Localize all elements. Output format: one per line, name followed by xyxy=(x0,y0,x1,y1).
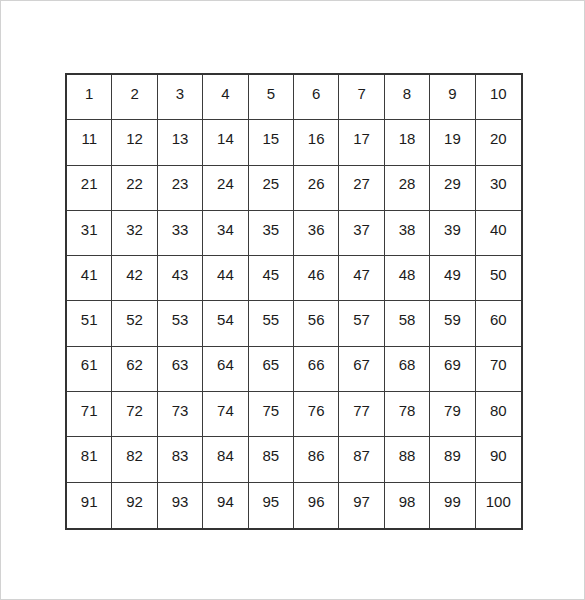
cell-72: 72 xyxy=(112,392,157,437)
cell-91: 91 xyxy=(67,483,112,528)
cell-69: 69 xyxy=(430,347,475,392)
cell-2: 2 xyxy=(112,75,157,120)
cell-38: 38 xyxy=(385,211,430,256)
cell-24: 24 xyxy=(203,166,248,211)
cell-40: 40 xyxy=(476,211,521,256)
cell-35: 35 xyxy=(249,211,294,256)
cell-19: 19 xyxy=(430,120,475,165)
cell-66: 66 xyxy=(294,347,339,392)
cell-43: 43 xyxy=(158,256,203,301)
cell-9: 9 xyxy=(430,75,475,120)
cell-32: 32 xyxy=(112,211,157,256)
cell-83: 83 xyxy=(158,437,203,482)
cell-12: 12 xyxy=(112,120,157,165)
cell-74: 74 xyxy=(203,392,248,437)
cell-59: 59 xyxy=(430,301,475,346)
cell-15: 15 xyxy=(249,120,294,165)
cell-30: 30 xyxy=(476,166,521,211)
cell-10: 10 xyxy=(476,75,521,120)
cell-45: 45 xyxy=(249,256,294,301)
page: 1234567891011121314151617181920212223242… xyxy=(0,0,585,600)
cell-98: 98 xyxy=(385,483,430,528)
cell-34: 34 xyxy=(203,211,248,256)
cell-23: 23 xyxy=(158,166,203,211)
cell-51: 51 xyxy=(67,301,112,346)
cell-13: 13 xyxy=(158,120,203,165)
cell-95: 95 xyxy=(249,483,294,528)
cell-85: 85 xyxy=(249,437,294,482)
cell-5: 5 xyxy=(249,75,294,120)
cell-67: 67 xyxy=(339,347,384,392)
cell-46: 46 xyxy=(294,256,339,301)
cell-31: 31 xyxy=(67,211,112,256)
cell-86: 86 xyxy=(294,437,339,482)
cell-6: 6 xyxy=(294,75,339,120)
cell-58: 58 xyxy=(385,301,430,346)
cell-76: 76 xyxy=(294,392,339,437)
cell-21: 21 xyxy=(67,166,112,211)
cell-78: 78 xyxy=(385,392,430,437)
cell-96: 96 xyxy=(294,483,339,528)
cell-7: 7 xyxy=(339,75,384,120)
cell-29: 29 xyxy=(430,166,475,211)
cell-16: 16 xyxy=(294,120,339,165)
cell-42: 42 xyxy=(112,256,157,301)
cell-26: 26 xyxy=(294,166,339,211)
cell-61: 61 xyxy=(67,347,112,392)
cell-56: 56 xyxy=(294,301,339,346)
cell-25: 25 xyxy=(249,166,294,211)
cell-93: 93 xyxy=(158,483,203,528)
cell-18: 18 xyxy=(385,120,430,165)
cell-62: 62 xyxy=(112,347,157,392)
cell-55: 55 xyxy=(249,301,294,346)
cell-70: 70 xyxy=(476,347,521,392)
cell-11: 11 xyxy=(67,120,112,165)
cell-47: 47 xyxy=(339,256,384,301)
cell-8: 8 xyxy=(385,75,430,120)
cell-64: 64 xyxy=(203,347,248,392)
cell-50: 50 xyxy=(476,256,521,301)
cell-80: 80 xyxy=(476,392,521,437)
cell-57: 57 xyxy=(339,301,384,346)
cell-48: 48 xyxy=(385,256,430,301)
cell-41: 41 xyxy=(67,256,112,301)
cell-100: 100 xyxy=(476,483,521,528)
cell-75: 75 xyxy=(249,392,294,437)
cell-99: 99 xyxy=(430,483,475,528)
cell-63: 63 xyxy=(158,347,203,392)
cell-88: 88 xyxy=(385,437,430,482)
cell-37: 37 xyxy=(339,211,384,256)
cell-71: 71 xyxy=(67,392,112,437)
cell-52: 52 xyxy=(112,301,157,346)
cell-22: 22 xyxy=(112,166,157,211)
cell-33: 33 xyxy=(158,211,203,256)
cell-54: 54 xyxy=(203,301,248,346)
cell-36: 36 xyxy=(294,211,339,256)
cell-82: 82 xyxy=(112,437,157,482)
cell-92: 92 xyxy=(112,483,157,528)
cell-73: 73 xyxy=(158,392,203,437)
cell-14: 14 xyxy=(203,120,248,165)
cell-20: 20 xyxy=(476,120,521,165)
cell-97: 97 xyxy=(339,483,384,528)
cell-65: 65 xyxy=(249,347,294,392)
cell-68: 68 xyxy=(385,347,430,392)
cell-44: 44 xyxy=(203,256,248,301)
cell-84: 84 xyxy=(203,437,248,482)
cell-28: 28 xyxy=(385,166,430,211)
cell-4: 4 xyxy=(203,75,248,120)
cell-87: 87 xyxy=(339,437,384,482)
hundreds-chart-board: 1234567891011121314151617181920212223242… xyxy=(65,73,523,530)
cell-60: 60 xyxy=(476,301,521,346)
cell-3: 3 xyxy=(158,75,203,120)
cell-27: 27 xyxy=(339,166,384,211)
cell-39: 39 xyxy=(430,211,475,256)
cell-53: 53 xyxy=(158,301,203,346)
cell-49: 49 xyxy=(430,256,475,301)
cell-90: 90 xyxy=(476,437,521,482)
cell-94: 94 xyxy=(203,483,248,528)
cell-79: 79 xyxy=(430,392,475,437)
cell-1: 1 xyxy=(67,75,112,120)
cell-81: 81 xyxy=(67,437,112,482)
cell-77: 77 xyxy=(339,392,384,437)
cell-89: 89 xyxy=(430,437,475,482)
cell-17: 17 xyxy=(339,120,384,165)
